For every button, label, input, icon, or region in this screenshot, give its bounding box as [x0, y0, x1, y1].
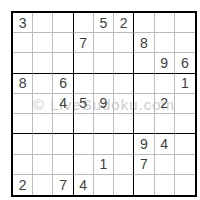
cell-r8c1[interactable]	[13, 155, 33, 175]
cell-r4c3[interactable]: 6	[53, 74, 73, 94]
cell-r7c9[interactable]	[175, 134, 195, 154]
cell-r7c7[interactable]: 9	[134, 134, 154, 154]
cell-r2c1[interactable]	[13, 33, 33, 53]
cell-r2c3[interactable]	[53, 33, 73, 53]
cell-r2c6[interactable]	[114, 33, 134, 53]
cell-r6c4[interactable]	[74, 114, 94, 134]
cell-r8c7[interactable]: 7	[134, 155, 154, 175]
cell-r6c3[interactable]	[53, 114, 73, 134]
cell-r1c6[interactable]: 2	[114, 13, 134, 33]
cell-r9c2[interactable]	[33, 175, 53, 195]
cell-r9c3[interactable]: 7	[53, 175, 73, 195]
cell-r8c3[interactable]	[53, 155, 73, 175]
cell-r7c6[interactable]	[114, 134, 134, 154]
cell-r1c9[interactable]	[175, 13, 195, 33]
cell-r3c2[interactable]	[33, 53, 53, 73]
cell-r2c4[interactable]: 7	[74, 33, 94, 53]
cell-r3c4[interactable]	[74, 53, 94, 73]
cell-r4c7[interactable]	[134, 74, 154, 94]
cell-r4c5[interactable]	[94, 74, 114, 94]
cell-r6c9[interactable]	[175, 114, 195, 134]
cell-r5c2[interactable]	[33, 94, 53, 114]
cell-r6c8[interactable]	[155, 114, 175, 134]
cell-r4c9[interactable]: 1	[175, 74, 195, 94]
cell-r1c5[interactable]: 5	[94, 13, 114, 33]
cell-r7c5[interactable]	[94, 134, 114, 154]
cell-r1c8[interactable]	[155, 13, 175, 33]
cell-r1c3[interactable]	[53, 13, 73, 33]
cell-r5c3[interactable]: 4	[53, 94, 73, 114]
cell-r1c1[interactable]: 3	[13, 13, 33, 33]
cell-r1c7[interactable]	[134, 13, 154, 33]
cell-r5c9[interactable]	[175, 94, 195, 114]
sudoku-board: © LiveSudoku.com 352789686145929417274	[11, 11, 197, 197]
cell-r3c3[interactable]	[53, 53, 73, 73]
cell-r2c2[interactable]	[33, 33, 53, 53]
cell-r3c8[interactable]: 9	[155, 53, 175, 73]
cell-r4c2[interactable]	[33, 74, 53, 94]
cell-r2c7[interactable]: 8	[134, 33, 154, 53]
cell-r9c4[interactable]: 4	[74, 175, 94, 195]
cell-r3c5[interactable]	[94, 53, 114, 73]
cell-r1c2[interactable]	[33, 13, 53, 33]
cell-r7c4[interactable]	[74, 134, 94, 154]
cell-r5c7[interactable]	[134, 94, 154, 114]
cell-r6c7[interactable]	[134, 114, 154, 134]
cell-r8c8[interactable]	[155, 155, 175, 175]
cell-r6c2[interactable]	[33, 114, 53, 134]
cell-r8c9[interactable]	[175, 155, 195, 175]
cell-r8c2[interactable]	[33, 155, 53, 175]
cell-r1c4[interactable]	[74, 13, 94, 33]
cell-r4c6[interactable]	[114, 74, 134, 94]
cell-r9c6[interactable]	[114, 175, 134, 195]
cell-r9c9[interactable]	[175, 175, 195, 195]
cell-r4c4[interactable]	[74, 74, 94, 94]
cell-r3c6[interactable]	[114, 53, 134, 73]
cell-r9c5[interactable]	[94, 175, 114, 195]
cell-r3c7[interactable]	[134, 53, 154, 73]
cell-r2c9[interactable]	[175, 33, 195, 53]
cell-r7c8[interactable]: 4	[155, 134, 175, 154]
cell-r2c8[interactable]	[155, 33, 175, 53]
cell-r5c8[interactable]: 2	[155, 94, 175, 114]
cell-r5c4[interactable]: 5	[74, 94, 94, 114]
cell-r8c4[interactable]	[74, 155, 94, 175]
cell-r7c1[interactable]	[13, 134, 33, 154]
cell-r9c8[interactable]	[155, 175, 175, 195]
cell-r6c5[interactable]	[94, 114, 114, 134]
cell-r2c5[interactable]	[94, 33, 114, 53]
cell-r9c1[interactable]: 2	[13, 175, 33, 195]
cell-r4c8[interactable]	[155, 74, 175, 94]
cell-r6c1[interactable]	[13, 114, 33, 134]
cell-r7c3[interactable]	[53, 134, 73, 154]
cell-r5c5[interactable]: 9	[94, 94, 114, 114]
cell-r3c1[interactable]	[13, 53, 33, 73]
cell-r6c6[interactable]	[114, 114, 134, 134]
cell-r8c6[interactable]	[114, 155, 134, 175]
cell-r9c7[interactable]	[134, 175, 154, 195]
cell-r4c1[interactable]: 8	[13, 74, 33, 94]
cell-r5c6[interactable]	[114, 94, 134, 114]
cell-r5c1[interactable]	[13, 94, 33, 114]
sudoku-grid: 352789686145929417274	[13, 13, 195, 195]
cell-r3c9[interactable]: 6	[175, 53, 195, 73]
cell-r8c5[interactable]: 1	[94, 155, 114, 175]
cell-r7c2[interactable]	[33, 134, 53, 154]
